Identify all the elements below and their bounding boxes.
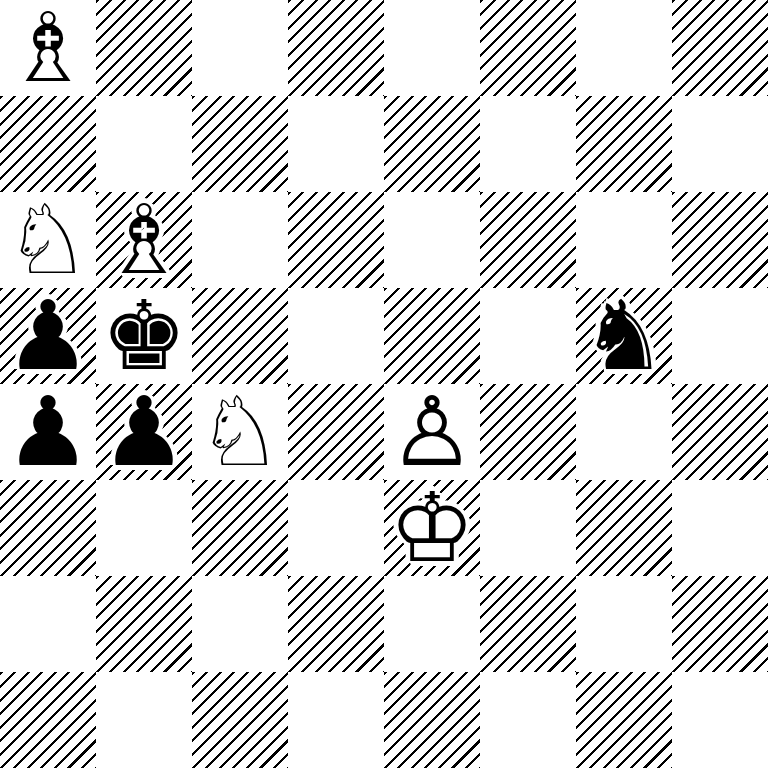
square-d7[interactable] — [288, 96, 384, 192]
square-h4[interactable] — [672, 384, 768, 480]
square-b3[interactable] — [96, 480, 192, 576]
square-h3[interactable] — [672, 480, 768, 576]
square-e8[interactable] — [384, 0, 480, 96]
square-f3[interactable] — [480, 480, 576, 576]
white-bishop-b6[interactable]: ♗ — [96, 192, 192, 288]
square-d5[interactable] — [288, 288, 384, 384]
square-g6[interactable] — [576, 192, 672, 288]
square-f7[interactable] — [480, 96, 576, 192]
square-f8[interactable] — [480, 0, 576, 96]
square-f4[interactable] — [480, 384, 576, 480]
square-b5[interactable]: ♚♚ — [96, 288, 192, 384]
square-a7[interactable] — [0, 96, 96, 192]
square-c5[interactable] — [192, 288, 288, 384]
square-g3[interactable] — [576, 480, 672, 576]
square-c8[interactable] — [192, 0, 288, 96]
square-g7[interactable] — [576, 96, 672, 192]
square-e7[interactable] — [384, 96, 480, 192]
square-h8[interactable] — [672, 0, 768, 96]
white-king-e3[interactable]: ♔ — [384, 480, 480, 576]
square-a6[interactable]: ♞♘ — [0, 192, 96, 288]
square-c7[interactable] — [192, 96, 288, 192]
square-a2[interactable] — [0, 576, 96, 672]
square-h6[interactable] — [672, 192, 768, 288]
square-d6[interactable] — [288, 192, 384, 288]
square-b6[interactable]: ♝♗ — [96, 192, 192, 288]
square-e6[interactable] — [384, 192, 480, 288]
square-e2[interactable] — [384, 576, 480, 672]
square-c3[interactable] — [192, 480, 288, 576]
square-a5[interactable]: ♟♟ — [0, 288, 96, 384]
white-knight-c4[interactable]: ♘ — [192, 384, 288, 480]
square-g8[interactable] — [576, 0, 672, 96]
square-g2[interactable] — [576, 576, 672, 672]
square-d2[interactable] — [288, 576, 384, 672]
square-h2[interactable] — [672, 576, 768, 672]
square-f6[interactable] — [480, 192, 576, 288]
black-pawn-a4[interactable]: ♟ — [0, 384, 96, 480]
square-e1[interactable] — [384, 672, 480, 768]
white-knight-a6[interactable]: ♘ — [0, 192, 96, 288]
square-b8[interactable] — [96, 0, 192, 96]
white-pawn-e4[interactable]: ♙ — [384, 384, 480, 480]
square-d4[interactable] — [288, 384, 384, 480]
square-c4[interactable]: ♞♘ — [192, 384, 288, 480]
square-f2[interactable] — [480, 576, 576, 672]
square-g5[interactable]: ♞♞ — [576, 288, 672, 384]
square-e3[interactable]: ♚♔ — [384, 480, 480, 576]
chess-board: ♝♗♞♘♝♗♟♟♚♚♞♞♟♟♟♟♞♘♟♙♚♔ — [0, 0, 768, 768]
square-h5[interactable] — [672, 288, 768, 384]
square-d1[interactable] — [288, 672, 384, 768]
square-b4[interactable]: ♟♟ — [96, 384, 192, 480]
black-king-b5[interactable]: ♚ — [96, 288, 192, 384]
white-bishop-a8[interactable]: ♗ — [0, 0, 96, 96]
square-h1[interactable] — [672, 672, 768, 768]
square-a3[interactable] — [0, 480, 96, 576]
black-pawn-b4[interactable]: ♟ — [96, 384, 192, 480]
black-pawn-a5[interactable]: ♟ — [0, 288, 96, 384]
square-a4[interactable]: ♟♟ — [0, 384, 96, 480]
square-e5[interactable] — [384, 288, 480, 384]
square-b2[interactable] — [96, 576, 192, 672]
square-e4[interactable]: ♟♙ — [384, 384, 480, 480]
square-g1[interactable] — [576, 672, 672, 768]
square-g4[interactable] — [576, 384, 672, 480]
square-f1[interactable] — [480, 672, 576, 768]
square-c1[interactable] — [192, 672, 288, 768]
square-f5[interactable] — [480, 288, 576, 384]
square-d8[interactable] — [288, 0, 384, 96]
square-c6[interactable] — [192, 192, 288, 288]
square-b1[interactable] — [96, 672, 192, 768]
square-d3[interactable] — [288, 480, 384, 576]
square-c2[interactable] — [192, 576, 288, 672]
black-knight-g5[interactable]: ♞ — [576, 288, 672, 384]
square-a8[interactable]: ♝♗ — [0, 0, 96, 96]
square-h7[interactable] — [672, 96, 768, 192]
square-a1[interactable] — [0, 672, 96, 768]
square-b7[interactable] — [96, 96, 192, 192]
